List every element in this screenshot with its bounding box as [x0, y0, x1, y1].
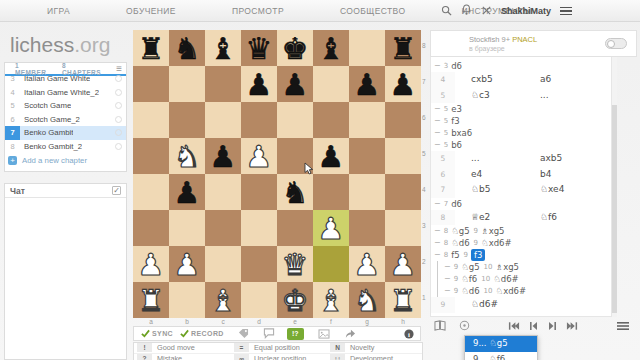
chapter-number: 7 — [5, 126, 20, 140]
square-c1[interactable]: ♝ — [205, 282, 241, 318]
black-move[interactable]: b4 — [540, 167, 551, 183]
nav-item-2[interactable]: ПРОСМОТР — [232, 6, 284, 16]
variation-dash: − — [434, 249, 441, 261]
move-row-main: 4cxb5a6 — [431, 72, 611, 88]
square-c5[interactable]: ♟ — [205, 138, 241, 174]
variation-dash: − — [444, 261, 451, 273]
variation-dash: − — [434, 237, 441, 249]
move-row-main: 5♘c3... — [431, 88, 611, 104]
move-row-variation: −7d6 — [431, 198, 611, 210]
glyph-annotation-button[interactable]: !? — [287, 328, 304, 340]
glyph-menu: !Good move=Equal positionNNovelty?Mistak… — [133, 342, 423, 360]
move-row-main: 6e4b4 — [431, 167, 611, 183]
variation-number: 9 — [474, 237, 478, 249]
variation-dash: − — [434, 60, 441, 72]
move-row-variation: −3d6 — [431, 60, 611, 72]
variation-number: 9 — [454, 261, 458, 273]
glyph-symbol: ! — [137, 343, 152, 352]
square-b3[interactable] — [169, 210, 205, 246]
glyph-label: Development — [350, 354, 393, 360]
rank-label-4: 4 — [422, 174, 430, 210]
square-g5[interactable] — [349, 138, 385, 174]
variation-dash: − — [434, 198, 441, 210]
nav-item-1[interactable]: ОБУЧЕНИЕ — [126, 6, 176, 16]
black-piece-n: ♞ — [169, 30, 205, 66]
username[interactable]: ShakhiMaty — [501, 6, 551, 16]
square-a1[interactable]: ♜ — [133, 282, 169, 318]
move-row-variation: −5bxa6 — [431, 127, 611, 139]
rank-label-7: 7 — [422, 66, 430, 102]
variation-move[interactable]: b6 — [451, 139, 462, 151]
chapter-radio[interactable] — [115, 143, 122, 150]
move-row-variation: −9♘f610♘d6# — [437, 273, 611, 285]
square-c3[interactable] — [205, 210, 241, 246]
chapter-radio[interactable] — [115, 129, 122, 136]
glyph-symbol: ? — [137, 354, 152, 360]
move-row-main: 9♘d6# — [431, 297, 611, 313]
square-e8[interactable]: ♚ — [277, 30, 313, 66]
white-piece-p: ♟ — [313, 210, 349, 246]
variation-dash: − — [434, 103, 441, 115]
square-g2[interactable]: ♟ — [349, 246, 385, 282]
variation-move[interactable]: f3 — [451, 115, 459, 127]
black-move[interactable]: axb5 — [540, 151, 562, 167]
black-piece-b: ♝ — [205, 30, 241, 66]
move-list-scrollbar[interactable] — [612, 57, 617, 317]
variation-number: 8 — [444, 225, 448, 237]
variation-dash: − — [444, 273, 451, 285]
move-row-variation: −5f3 — [431, 115, 611, 127]
variation-move[interactable]: ♘f6 — [461, 273, 477, 285]
chapter-title: Benko Gambit — [24, 128, 73, 137]
black-piece-r: ♜ — [133, 30, 169, 66]
analysis-menu-icon[interactable] — [617, 321, 629, 331]
chapter-radio[interactable] — [115, 89, 122, 96]
square-e4[interactable]: ♞ — [277, 174, 313, 210]
square-d1[interactable] — [241, 282, 277, 318]
variation-move[interactable]: ♘xd6# — [496, 285, 527, 297]
square-g8[interactable] — [349, 30, 385, 66]
engine-name: Stockfish 9+ — [469, 35, 510, 44]
square-h4[interactable] — [385, 174, 421, 210]
black-piece-r: ♜ — [385, 30, 421, 66]
file-label-c: c — [205, 318, 241, 326]
file-label-a: a — [133, 318, 169, 326]
check-icon — [180, 329, 189, 338]
variation-number: 5 — [444, 115, 448, 127]
square-f5[interactable]: ♟ — [313, 138, 349, 174]
square-c8[interactable]: ♝ — [205, 30, 241, 66]
move-number: 5 — [431, 151, 455, 167]
square-d8[interactable]: ♛ — [241, 30, 277, 66]
glyph-menu-row: !Good move=Equal positionNNovelty — [134, 343, 422, 354]
glyph-option[interactable]: ∞Unclear position — [234, 354, 330, 360]
glyph-symbol: ∞ — [234, 354, 249, 360]
variation-move[interactable]: ♗xg5 — [496, 261, 519, 273]
rank-coordinates: 87654321 — [422, 30, 430, 318]
black-piece-p: ♟ — [385, 66, 421, 102]
rank-label-8: 8 — [422, 30, 430, 66]
white-move[interactable]: ♘b5 — [455, 182, 540, 198]
chapter-number: 3 — [5, 72, 20, 86]
move-list: −3d64cxb5a65♘c3...−5e3−5f3−5bxa6−5b65...… — [430, 57, 612, 317]
square-c7[interactable] — [205, 66, 241, 102]
white-piece-n: ♞ — [349, 282, 385, 318]
current-move[interactable]: f3 — [471, 249, 485, 261]
white-piece-p: ♟ — [349, 246, 385, 282]
square-a4[interactable] — [133, 174, 169, 210]
top-right-cluster: ShakhiMaty — [441, 0, 572, 22]
chapter-row[interactable]: 7Benko Gambit — [5, 126, 126, 140]
chapter-list: 3Italian Game White4Italian Game White_2… — [5, 72, 126, 153]
chapter-row[interactable]: 6Scotch Game_2 — [5, 113, 126, 127]
rank-label-1: 1 — [422, 282, 430, 318]
move-row-variation: −5e3 — [431, 103, 611, 115]
chat-panel: Чат ✓ — [4, 183, 127, 360]
square-d3[interactable] — [241, 210, 277, 246]
chapter-number: 5 — [5, 99, 20, 113]
first-move-button[interactable] — [508, 321, 520, 331]
variation-number: 8 — [444, 237, 448, 249]
square-a7[interactable] — [133, 66, 169, 102]
file-label-d: d — [241, 318, 277, 326]
glyph-option[interactable]: ?Mistake — [134, 354, 234, 360]
glyph-label: Unclear position — [254, 354, 306, 360]
variation-move[interactable]: ♘d6 — [451, 237, 469, 249]
chapter-row[interactable]: 8Benko Gambit_2 — [5, 140, 126, 154]
square-b8[interactable]: ♞ — [169, 30, 205, 66]
add-chapter-button[interactable]: + Add a new chapter — [5, 153, 126, 167]
study-sidebar-panel: 1 MEMBER8 CHAPTERS≡ 3Italian Game White4… — [4, 62, 127, 172]
black-piece-p: ♟ — [169, 174, 205, 210]
square-a2[interactable]: ♟ — [133, 246, 169, 282]
square-e3[interactable] — [277, 210, 313, 246]
square-g7[interactable]: ♟ — [349, 66, 385, 102]
glyph-option[interactable]: =Equal position — [234, 343, 330, 352]
file-label-b: b — [169, 318, 205, 326]
glyph-option[interactable]: !Good move — [134, 343, 234, 352]
black-piece-p: ♟ — [277, 66, 313, 102]
file-label-f: f — [313, 318, 349, 326]
white-piece-q: ♛ — [277, 246, 313, 282]
nav-item-0[interactable]: ИГРА — [47, 6, 70, 16]
square-b1[interactable] — [169, 282, 205, 318]
challenge-swords-icon[interactable] — [481, 2, 492, 20]
engine-subtitle: в браузере — [469, 45, 505, 52]
tabs-menu-icon[interactable]: ≡ — [116, 64, 122, 74]
toggle-knob — [607, 40, 615, 48]
square-e6[interactable] — [277, 102, 313, 138]
chapter-radio[interactable] — [115, 102, 122, 109]
white-move[interactable]: ... — [455, 151, 540, 167]
info-icon[interactable]: i — [404, 329, 414, 339]
chapter-number: 4 — [5, 86, 20, 100]
glyph-label: Equal position — [254, 343, 300, 352]
black-piece-p: ♟ — [241, 66, 277, 102]
square-f1[interactable]: ♝ — [313, 282, 349, 318]
analysis-nav-bar — [430, 317, 637, 334]
square-d4[interactable] — [241, 174, 277, 210]
square-c6[interactable] — [205, 102, 241, 138]
share-icon[interactable] — [344, 328, 356, 339]
square-b6[interactable] — [169, 102, 205, 138]
white-move[interactable]: e4 — [455, 167, 540, 183]
move-number: 5 — [431, 88, 455, 104]
variation-move[interactable]: ♘g5 — [461, 261, 479, 273]
move-row-variation: −9♘d610♘xd6# — [437, 285, 611, 297]
white-move[interactable]: ♘d6# — [455, 297, 540, 313]
square-c4[interactable] — [205, 174, 241, 210]
variation-move[interactable]: f5 — [451, 249, 459, 261]
chat-toggle-checkbox[interactable]: ✓ — [112, 186, 121, 195]
variation-move[interactable]: ♘d6# — [493, 273, 519, 285]
lichess-study-page: ИГРАОБУЧЕНИЕПРОСМОТРСООБЩЕСТВОИНСТРУМЕНТ… — [0, 0, 640, 360]
notifications-bell-icon[interactable] — [461, 2, 472, 20]
move-number: 6 — [431, 167, 455, 183]
glyph-symbol: = — [234, 343, 249, 352]
nav-item-3[interactable]: СООБЩЕСТВО — [340, 6, 405, 16]
chapter-title: Scotch Game_2 — [24, 115, 80, 124]
square-h3[interactable] — [385, 210, 421, 246]
move-number: 7 — [431, 182, 455, 198]
black-piece-p: ♟ — [205, 138, 241, 174]
square-d6[interactable] — [241, 102, 277, 138]
move-row-variation: −8f59f3 — [431, 249, 611, 261]
chapter-row[interactable]: 4Italian Game White_2 — [5, 86, 126, 100]
glyph-label: Good move — [157, 343, 195, 352]
square-g6[interactable] — [349, 102, 385, 138]
square-d2[interactable] — [241, 246, 277, 282]
glyph-symbol: ↑↑ — [330, 354, 345, 360]
square-b2[interactable]: ♟ — [169, 246, 205, 282]
move-row-variation: −8♘g59♗xg5 — [431, 225, 611, 237]
variation-dash: − — [444, 285, 451, 297]
variation-move[interactable]: ♘g5 — [451, 225, 469, 237]
variation-number: 9 — [464, 249, 468, 261]
sync-button[interactable]: SYNC — [141, 329, 173, 338]
move-number: 8 — [431, 210, 455, 226]
variation-number: 10 — [481, 273, 490, 285]
square-g3[interactable] — [349, 210, 385, 246]
chapter-row[interactable]: 3Italian Game White — [5, 72, 126, 86]
variation-number: 7 — [444, 198, 448, 210]
variation-number: 5 — [444, 127, 448, 139]
move-number: 9 — [431, 297, 455, 313]
chapter-radio[interactable] — [115, 75, 122, 82]
file-coordinates: abcdefgh — [133, 318, 421, 326]
engine-panel: Stockfish 9+ PNACL в браузере — [430, 30, 637, 57]
rank-label-2: 2 — [422, 246, 430, 282]
chapter-number: 8 — [5, 140, 20, 154]
white-move[interactable]: cxb5 — [455, 72, 540, 88]
square-a5[interactable] — [133, 138, 169, 174]
black-move[interactable]: a6 — [540, 72, 551, 88]
black-move[interactable]: ♘xe4 — [540, 182, 564, 198]
glyph-option[interactable]: ↑↑Development — [330, 354, 418, 360]
square-g1[interactable]: ♞ — [349, 282, 385, 318]
square-a3[interactable] — [133, 210, 169, 246]
last-move-button[interactable] — [566, 321, 578, 331]
chapter-title: Benko Gambit_2 — [24, 142, 82, 151]
variation-popup: 9... ♘g59... ♘f6 — [464, 335, 538, 360]
move-row-main: 5...axb5 — [431, 151, 611, 167]
variation-dash: − — [434, 115, 441, 127]
variation-number: 5 — [444, 103, 448, 115]
chat-title: Чат — [10, 186, 25, 196]
chapter-radio[interactable] — [115, 116, 122, 123]
study-board-toolbar: SYNC RECORD !? i — [133, 326, 421, 341]
variation-move[interactable]: d6 — [451, 60, 462, 72]
white-piece-b: ♝ — [205, 282, 241, 318]
square-a8[interactable]: ♜ — [133, 30, 169, 66]
square-a6[interactable] — [133, 102, 169, 138]
rank-label-5: 5 — [422, 138, 430, 174]
variation-dash: − — [434, 139, 441, 151]
mouse-cursor — [304, 161, 315, 179]
move-number: 4 — [431, 72, 455, 88]
move-row-variation: −8♘d69♘xd6# — [431, 237, 611, 249]
chapter-row[interactable]: 5Scotch Game — [5, 99, 126, 113]
move-row-main: 8♕e2♘f6 — [431, 210, 611, 226]
square-h7[interactable]: ♟ — [385, 66, 421, 102]
white-move[interactable]: ♘c3 — [455, 88, 540, 104]
variation-dash: − — [434, 127, 441, 139]
variation-number: 10 — [484, 261, 493, 273]
variation-move[interactable]: d6 — [451, 198, 462, 210]
board-image-icon[interactable] — [318, 329, 330, 339]
square-f3[interactable]: ♟ — [313, 210, 349, 246]
engine-badge: PNACL — [512, 35, 537, 44]
chapter-title: Scotch Game — [24, 101, 71, 110]
black-piece-b: ♝ — [313, 30, 349, 66]
black-move[interactable]: ♘f6 — [540, 210, 557, 226]
square-e2[interactable]: ♛ — [277, 246, 313, 282]
next-move-button[interactable] — [548, 321, 557, 331]
glyph-label: Mistake — [157, 354, 182, 360]
black-piece-p: ♟ — [313, 138, 349, 174]
black-move[interactable]: ... — [540, 88, 549, 104]
square-f8[interactable]: ♝ — [313, 30, 349, 66]
variation-move[interactable]: e3 — [451, 103, 462, 115]
white-piece-r: ♜ — [385, 282, 421, 318]
glyph-label: Novelty — [350, 343, 374, 352]
square-f4[interactable] — [313, 174, 349, 210]
svg-text:i: i — [408, 330, 410, 338]
square-b4[interactable]: ♟ — [169, 174, 205, 210]
black-piece-n: ♞ — [277, 174, 313, 210]
white-piece-k: ♚ — [277, 282, 313, 318]
comment-icon[interactable] — [263, 328, 275, 339]
file-label-h: h — [385, 318, 421, 326]
chess-board: ♜♞♝♛♚♝♜♟♟♟♟♞♟♟♟♟♞♟♟♟♛♟♟♜♝♚♝♞♜ — [133, 30, 421, 318]
glyph-symbol: N — [330, 343, 345, 352]
engine-toggle[interactable] — [605, 38, 627, 49]
move-row-variation: −9♘g510♗xg5 — [437, 261, 611, 273]
black-piece-p: ♟ — [349, 66, 385, 102]
plus-icon: + — [8, 156, 17, 165]
popup-variation-item[interactable]: 9... ♘f6 — [465, 352, 537, 360]
variation-move[interactable]: bxa6 — [451, 127, 472, 139]
white-piece-r: ♜ — [133, 282, 169, 318]
square-f7[interactable] — [313, 66, 349, 102]
square-f6[interactable] — [313, 102, 349, 138]
check-icon — [141, 329, 150, 338]
glyph-option[interactable]: NNovelty — [330, 343, 418, 352]
glyph-menu-row: ?Mistake∞Unclear position↑↑Development — [134, 354, 422, 360]
prev-move-button[interactable] — [529, 321, 538, 331]
lichess-logo[interactable]: lichess.org — [10, 33, 110, 57]
variation-move[interactable]: ♗xg5 — [481, 225, 504, 237]
chapter-title: Italian Game White — [24, 74, 90, 83]
white-piece-p: ♟ — [133, 246, 169, 282]
variation-move[interactable]: ♘xd6# — [481, 237, 512, 249]
white-piece-n: ♞ — [169, 138, 205, 174]
practice-target-icon[interactable] — [459, 320, 470, 331]
tag-icon[interactable] — [238, 328, 249, 339]
square-c2[interactable] — [205, 246, 241, 282]
chapter-title: Italian Game White_2 — [24, 88, 99, 97]
scrollbar-thumb[interactable] — [612, 105, 617, 313]
rank-label-6: 6 — [422, 102, 430, 138]
variation-number: 9 — [454, 285, 458, 297]
square-g4[interactable] — [349, 174, 385, 210]
white-piece-p: ♟ — [385, 246, 421, 282]
move-row-variation: −5b6 — [431, 139, 611, 151]
white-piece-b: ♝ — [313, 282, 349, 318]
square-d7[interactable]: ♟ — [241, 66, 277, 102]
file-label-g: g — [349, 318, 385, 326]
square-h1[interactable]: ♜ — [385, 282, 421, 318]
variation-number: 8 — [444, 249, 448, 261]
file-label-e: e — [277, 318, 313, 326]
variation-move[interactable]: ♘d6 — [461, 285, 479, 297]
square-h6[interactable] — [385, 102, 421, 138]
popup-variation-item[interactable]: 9... ♘g5 — [465, 336, 537, 352]
variation-dash: − — [434, 225, 441, 237]
square-f2[interactable] — [313, 246, 349, 282]
variation-number: 5 — [444, 139, 448, 151]
variation-number: 10 — [484, 285, 493, 297]
white-piece-p: ♟ — [241, 138, 277, 174]
white-move[interactable]: ♕e2 — [455, 210, 540, 226]
move-row-main: 7♘b5♘xe4 — [431, 182, 611, 198]
variation-number: 9 — [474, 225, 478, 237]
square-e1[interactable]: ♚ — [277, 282, 313, 318]
search-icon[interactable] — [441, 2, 452, 20]
opening-book-icon[interactable] — [434, 320, 446, 331]
chapter-number: 6 — [5, 113, 20, 127]
record-button[interactable]: RECORD — [180, 329, 224, 338]
variation-number: 9 — [454, 273, 458, 285]
top-navbar: ИГРАОБУЧЕНИЕПРОСМОТРСООБЩЕСТВОИНСТРУМЕНТ… — [0, 0, 640, 22]
variation-number: 3 — [444, 60, 448, 72]
square-h8[interactable]: ♜ — [385, 30, 421, 66]
black-piece-k: ♚ — [277, 30, 313, 66]
rank-label-3: 3 — [422, 210, 430, 246]
square-d5[interactable]: ♟ — [241, 138, 277, 174]
square-h5[interactable] — [385, 138, 421, 174]
white-piece-p: ♟ — [169, 246, 205, 282]
square-b7[interactable] — [169, 66, 205, 102]
black-piece-q: ♛ — [241, 30, 277, 66]
square-h2[interactable]: ♟ — [385, 246, 421, 282]
user-menu-icon[interactable] — [560, 5, 572, 18]
square-b5[interactable]: ♞ — [169, 138, 205, 174]
square-e7[interactable]: ♟ — [277, 66, 313, 102]
